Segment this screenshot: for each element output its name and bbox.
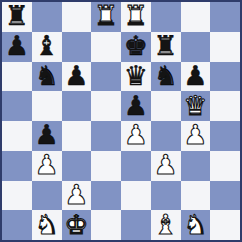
white-pawn: ♟ <box>183 121 207 148</box>
square-g1[interactable]: ♞ <box>181 210 211 240</box>
square-e5[interactable]: ♟ <box>121 91 151 121</box>
square-d6[interactable] <box>91 62 121 92</box>
square-e1[interactable] <box>121 210 151 240</box>
square-c7[interactable] <box>62 32 92 62</box>
square-a1[interactable] <box>2 210 32 240</box>
square-h5[interactable] <box>210 91 240 121</box>
square-h6[interactable] <box>210 62 240 92</box>
square-a2[interactable] <box>2 181 32 211</box>
square-e2[interactable] <box>121 181 151 211</box>
square-a4[interactable] <box>2 121 32 151</box>
white-rook: ♜ <box>94 2 118 29</box>
square-e4[interactable]: ♟ <box>121 121 151 151</box>
square-c1[interactable]: ♚ <box>62 210 92 240</box>
square-a3[interactable] <box>2 151 32 181</box>
square-h1[interactable] <box>210 210 240 240</box>
square-c5[interactable] <box>62 91 92 121</box>
black-rook: ♜ <box>5 2 29 29</box>
square-h4[interactable] <box>210 121 240 151</box>
square-c6[interactable]: ♟ <box>62 62 92 92</box>
black-pawn: ♟ <box>124 92 148 119</box>
white-pawn: ♟ <box>35 151 59 178</box>
square-b1[interactable]: ♞ <box>32 210 62 240</box>
white-knight: ♞ <box>35 211 59 238</box>
square-c8[interactable] <box>62 2 92 32</box>
square-c3[interactable] <box>62 151 92 181</box>
square-b6[interactable]: ♞ <box>32 62 62 92</box>
square-d5[interactable] <box>91 91 121 121</box>
black-pawn: ♟ <box>5 32 29 59</box>
square-d1[interactable] <box>91 210 121 240</box>
black-knight: ♞ <box>35 62 59 89</box>
square-f8[interactable] <box>151 2 181 32</box>
square-b7[interactable]: ♝ <box>32 32 62 62</box>
black-rook: ♜ <box>154 32 178 59</box>
black-king: ♚ <box>124 32 148 59</box>
black-pawn: ♟ <box>183 62 207 89</box>
square-h7[interactable] <box>210 32 240 62</box>
square-d2[interactable] <box>91 181 121 211</box>
square-c2[interactable]: ♟ <box>62 181 92 211</box>
square-b8[interactable] <box>32 2 62 32</box>
square-g6[interactable]: ♟ <box>181 62 211 92</box>
white-bishop: ♝ <box>154 211 178 238</box>
square-e6[interactable]: ♛ <box>121 62 151 92</box>
square-f1[interactable]: ♝ <box>151 210 181 240</box>
square-h2[interactable] <box>210 181 240 211</box>
black-queen: ♛ <box>124 62 148 89</box>
square-e3[interactable] <box>121 151 151 181</box>
square-b2[interactable] <box>32 181 62 211</box>
square-d8[interactable]: ♜ <box>91 2 121 32</box>
square-a5[interactable] <box>2 91 32 121</box>
square-b3[interactable]: ♟ <box>32 151 62 181</box>
square-h8[interactable] <box>210 2 240 32</box>
square-e8[interactable]: ♜ <box>121 2 151 32</box>
square-b5[interactable] <box>32 91 62 121</box>
black-knight: ♞ <box>154 62 178 89</box>
square-f7[interactable]: ♜ <box>151 32 181 62</box>
square-f2[interactable] <box>151 181 181 211</box>
black-pawn: ♟ <box>35 121 59 148</box>
white-king: ♚ <box>64 211 88 238</box>
square-a7[interactable]: ♟ <box>2 32 32 62</box>
square-g8[interactable] <box>181 2 211 32</box>
square-e7[interactable]: ♚ <box>121 32 151 62</box>
white-knight: ♞ <box>183 211 207 238</box>
square-g2[interactable] <box>181 181 211 211</box>
white-pawn: ♟ <box>124 121 148 148</box>
square-f3[interactable]: ♟ <box>151 151 181 181</box>
square-g3[interactable] <box>181 151 211 181</box>
white-pawn: ♟ <box>154 151 178 178</box>
square-g7[interactable] <box>181 32 211 62</box>
square-d7[interactable] <box>91 32 121 62</box>
white-rook: ♜ <box>124 2 148 29</box>
square-f6[interactable]: ♞ <box>151 62 181 92</box>
square-b4[interactable]: ♟ <box>32 121 62 151</box>
square-g5[interactable]: ♛ <box>181 91 211 121</box>
square-a8[interactable]: ♜ <box>2 2 32 32</box>
square-d3[interactable] <box>91 151 121 181</box>
chess-board: ♜♜♜♟♝♚♜♞♟♛♞♟♟♛♟♟♟♟♟♟♞♚♝♞ <box>0 0 242 242</box>
square-h3[interactable] <box>210 151 240 181</box>
square-f5[interactable] <box>151 91 181 121</box>
black-bishop: ♝ <box>35 32 59 59</box>
black-pawn: ♟ <box>64 62 88 89</box>
square-g4[interactable]: ♟ <box>181 121 211 151</box>
square-d4[interactable] <box>91 121 121 151</box>
white-queen: ♛ <box>183 92 207 119</box>
square-f4[interactable] <box>151 121 181 151</box>
square-c4[interactable] <box>62 121 92 151</box>
square-a6[interactable] <box>2 62 32 92</box>
white-pawn: ♟ <box>64 181 88 208</box>
